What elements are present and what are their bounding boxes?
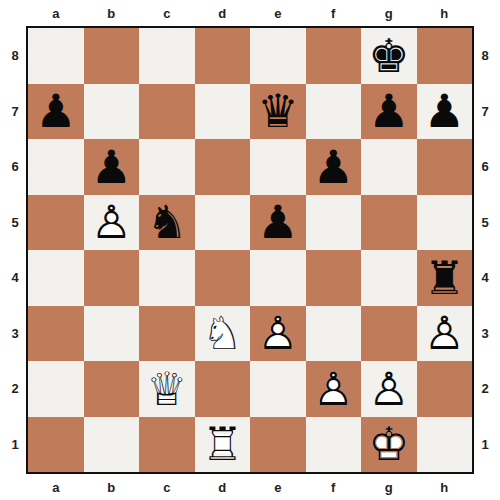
board-frame: ♚♟♛♟♟♟♟♟♙♞♟♜♞♘♟♙♟♙♛♕♟♙♟♙♜♖♚♔ xyxy=(26,26,474,474)
file-label-e: e xyxy=(250,478,306,496)
file-label-a: a xyxy=(28,478,84,496)
white-pawn-b5[interactable]: ♟♙ xyxy=(84,195,140,251)
square-b3[interactable] xyxy=(84,306,140,362)
square-c7[interactable] xyxy=(139,84,195,140)
white-king-g1[interactable]: ♚♔ xyxy=(361,417,417,473)
white-piece-outline: ♙ xyxy=(84,195,140,251)
square-d4[interactable] xyxy=(195,250,251,306)
square-d7[interactable] xyxy=(195,84,251,140)
rank-label-2: 2 xyxy=(6,361,24,417)
square-b2[interactable] xyxy=(84,361,140,417)
square-a4[interactable] xyxy=(28,250,84,306)
black-king-g8[interactable]: ♚ xyxy=(361,28,417,84)
square-c4[interactable] xyxy=(139,250,195,306)
square-e8[interactable] xyxy=(250,28,306,84)
rank-label-5: 5 xyxy=(476,195,494,251)
square-f3[interactable] xyxy=(306,306,362,362)
square-e6[interactable] xyxy=(250,139,306,195)
white-piece-outline: ♙ xyxy=(361,361,417,417)
square-e2[interactable] xyxy=(250,361,306,417)
square-g5[interactable] xyxy=(361,195,417,251)
square-g3[interactable] xyxy=(361,306,417,362)
file-label-g: g xyxy=(361,478,417,496)
rank-label-6: 6 xyxy=(476,139,494,195)
square-b4[interactable] xyxy=(84,250,140,306)
black-queen-e7[interactable]: ♛ xyxy=(250,84,306,140)
white-piece-outline: ♙ xyxy=(250,306,306,362)
white-pawn-e3[interactable]: ♟♙ xyxy=(250,306,306,362)
white-pawn-g2[interactable]: ♟♙ xyxy=(361,361,417,417)
square-c3[interactable] xyxy=(139,306,195,362)
black-knight-c5[interactable]: ♞ xyxy=(139,195,195,251)
rank-label-6: 6 xyxy=(6,139,24,195)
rank-label-3: 3 xyxy=(6,306,24,362)
square-g4[interactable] xyxy=(361,250,417,306)
square-h3[interactable]: ♟♙ xyxy=(417,306,473,362)
white-piece-outline: ♙ xyxy=(306,361,362,417)
square-f5[interactable] xyxy=(306,195,362,251)
file-label-b: b xyxy=(84,478,140,496)
white-knight-d3[interactable]: ♞♘ xyxy=(195,306,251,362)
square-d3[interactable]: ♞♘ xyxy=(195,306,251,362)
rank-labels-left: 87654321 xyxy=(6,28,24,472)
square-b1[interactable] xyxy=(84,417,140,473)
black-pawn-e5[interactable]: ♟ xyxy=(250,195,306,251)
square-f2[interactable]: ♟♙ xyxy=(306,361,362,417)
square-g7[interactable]: ♟ xyxy=(361,84,417,140)
black-pawn-h7[interactable]: ♟ xyxy=(417,84,473,140)
square-f7[interactable] xyxy=(306,84,362,140)
rank-label-4: 4 xyxy=(476,250,494,306)
square-c6[interactable] xyxy=(139,139,195,195)
file-label-h: h xyxy=(417,478,473,496)
square-a8[interactable] xyxy=(28,28,84,84)
square-g1[interactable]: ♚♔ xyxy=(361,417,417,473)
white-queen-c2[interactable]: ♛♕ xyxy=(139,361,195,417)
square-d2[interactable] xyxy=(195,361,251,417)
square-h4[interactable]: ♜ xyxy=(417,250,473,306)
rank-label-1: 1 xyxy=(476,417,494,473)
file-labels-bottom: abcdefgh xyxy=(28,478,472,496)
square-g2[interactable]: ♟♙ xyxy=(361,361,417,417)
square-h5[interactable] xyxy=(417,195,473,251)
square-c5[interactable]: ♞ xyxy=(139,195,195,251)
black-pawn-g7[interactable]: ♟ xyxy=(361,84,417,140)
square-a7[interactable]: ♟ xyxy=(28,84,84,140)
file-label-e: e xyxy=(250,4,306,22)
square-a5[interactable] xyxy=(28,195,84,251)
file-label-c: c xyxy=(139,478,195,496)
square-a6[interactable] xyxy=(28,139,84,195)
square-a1[interactable] xyxy=(28,417,84,473)
black-pawn-b6[interactable]: ♟ xyxy=(84,139,140,195)
square-a2[interactable] xyxy=(28,361,84,417)
square-d6[interactable] xyxy=(195,139,251,195)
square-f4[interactable] xyxy=(306,250,362,306)
square-g8[interactable]: ♚ xyxy=(361,28,417,84)
file-label-f: f xyxy=(306,478,362,496)
white-rook-d1[interactable]: ♜♖ xyxy=(195,417,251,473)
rank-label-8: 8 xyxy=(476,28,494,84)
rank-label-2: 2 xyxy=(476,361,494,417)
square-f8[interactable] xyxy=(306,28,362,84)
rank-labels-right: 87654321 xyxy=(476,28,494,472)
white-piece-outline: ♙ xyxy=(417,306,473,362)
square-b5[interactable]: ♟♙ xyxy=(84,195,140,251)
square-d8[interactable] xyxy=(195,28,251,84)
square-h1[interactable] xyxy=(417,417,473,473)
white-piece-outline: ♖ xyxy=(195,417,251,473)
square-g6[interactable] xyxy=(361,139,417,195)
square-h6[interactable] xyxy=(417,139,473,195)
file-label-a: a xyxy=(28,4,84,22)
square-e5[interactable]: ♟ xyxy=(250,195,306,251)
square-b6[interactable]: ♟ xyxy=(84,139,140,195)
white-piece-outline: ♕ xyxy=(139,361,195,417)
square-e1[interactable] xyxy=(250,417,306,473)
square-c8[interactable] xyxy=(139,28,195,84)
square-b7[interactable] xyxy=(84,84,140,140)
black-pawn-a7[interactable]: ♟ xyxy=(28,84,84,140)
square-e4[interactable] xyxy=(250,250,306,306)
square-h7[interactable]: ♟ xyxy=(417,84,473,140)
chess-board: ♚♟♛♟♟♟♟♟♙♞♟♜♞♘♟♙♟♙♛♕♟♙♟♙♜♖♚♔ xyxy=(28,28,472,472)
file-label-h: h xyxy=(417,4,473,22)
black-rook-h4[interactable]: ♜ xyxy=(417,250,473,306)
file-label-c: c xyxy=(139,4,195,22)
rank-label-3: 3 xyxy=(476,306,494,362)
square-e7[interactable]: ♛ xyxy=(250,84,306,140)
file-label-g: g xyxy=(361,4,417,22)
black-pawn-f6[interactable]: ♟ xyxy=(306,139,362,195)
file-label-b: b xyxy=(84,4,140,22)
file-label-d: d xyxy=(195,478,251,496)
white-pawn-f2[interactable]: ♟♙ xyxy=(306,361,362,417)
square-f6[interactable]: ♟ xyxy=(306,139,362,195)
rank-label-1: 1 xyxy=(6,417,24,473)
rank-label-8: 8 xyxy=(6,28,24,84)
file-label-f: f xyxy=(306,4,362,22)
chess-diagram: abcdefgh abcdefgh 87654321 87654321 ♚♟♛♟… xyxy=(0,0,500,500)
square-f1[interactable] xyxy=(306,417,362,473)
square-d5[interactable] xyxy=(195,195,251,251)
white-pawn-h3[interactable]: ♟♙ xyxy=(417,306,473,362)
rank-label-7: 7 xyxy=(476,84,494,140)
rank-label-5: 5 xyxy=(6,195,24,251)
square-a3[interactable] xyxy=(28,306,84,362)
square-e3[interactable]: ♟♙ xyxy=(250,306,306,362)
square-c2[interactable]: ♛♕ xyxy=(139,361,195,417)
rank-label-7: 7 xyxy=(6,84,24,140)
rank-label-4: 4 xyxy=(6,250,24,306)
file-labels-top: abcdefgh xyxy=(28,4,472,22)
square-h2[interactable] xyxy=(417,361,473,417)
square-d1[interactable]: ♜♖ xyxy=(195,417,251,473)
square-h8[interactable] xyxy=(417,28,473,84)
square-b8[interactable] xyxy=(84,28,140,84)
square-c1[interactable] xyxy=(139,417,195,473)
white-piece-outline: ♘ xyxy=(195,306,251,362)
file-label-d: d xyxy=(195,4,251,22)
white-piece-outline: ♔ xyxy=(361,417,417,473)
